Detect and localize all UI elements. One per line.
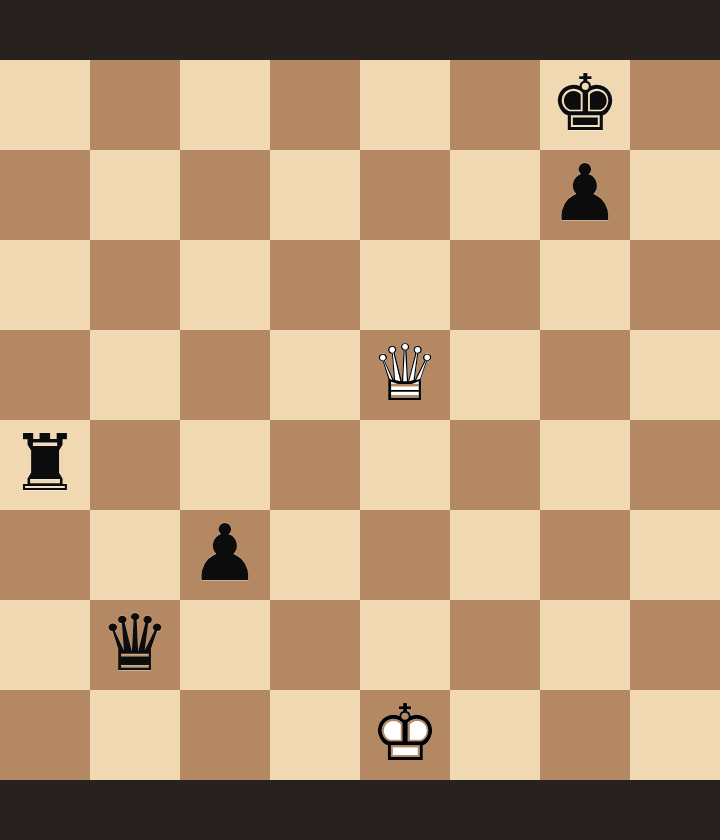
square-c3[interactable]: ♟	[180, 510, 270, 600]
square-c7[interactable]	[180, 150, 270, 240]
square-d5[interactable]	[270, 330, 360, 420]
square-f1[interactable]	[450, 690, 540, 780]
square-g8[interactable]: ♚	[540, 60, 630, 150]
square-e4[interactable]	[360, 420, 450, 510]
square-b8[interactable]	[90, 60, 180, 150]
square-d6[interactable]	[270, 240, 360, 330]
black-pawn-glyph: ♟	[540, 150, 630, 240]
square-b5[interactable]	[90, 330, 180, 420]
square-d7[interactable]	[270, 150, 360, 240]
square-h6[interactable]	[630, 240, 720, 330]
square-a1[interactable]	[0, 690, 90, 780]
top-frame-bar	[0, 0, 720, 60]
square-b4[interactable]	[90, 420, 180, 510]
square-b6[interactable]	[90, 240, 180, 330]
chess-app: ♚♟♛♕♜♟♛♚♔	[0, 0, 720, 840]
square-e6[interactable]	[360, 240, 450, 330]
square-c5[interactable]	[180, 330, 270, 420]
square-c1[interactable]	[180, 690, 270, 780]
square-a4[interactable]: ♜	[0, 420, 90, 510]
square-c6[interactable]	[180, 240, 270, 330]
square-f4[interactable]	[450, 420, 540, 510]
square-b3[interactable]	[90, 510, 180, 600]
piece-black-king[interactable]: ♚	[540, 60, 630, 150]
black-king-glyph: ♚	[540, 60, 630, 150]
square-a2[interactable]	[0, 600, 90, 690]
square-g2[interactable]	[540, 600, 630, 690]
square-g5[interactable]	[540, 330, 630, 420]
square-h4[interactable]	[630, 420, 720, 510]
square-c4[interactable]	[180, 420, 270, 510]
bottom-frame-bar	[0, 780, 720, 840]
square-e8[interactable]	[360, 60, 450, 150]
square-d3[interactable]	[270, 510, 360, 600]
black-rook-glyph: ♜	[0, 420, 90, 510]
square-a7[interactable]	[0, 150, 90, 240]
square-e5[interactable]: ♛♕	[360, 330, 450, 420]
square-h8[interactable]	[630, 60, 720, 150]
square-a5[interactable]	[0, 330, 90, 420]
square-a3[interactable]	[0, 510, 90, 600]
square-h1[interactable]	[630, 690, 720, 780]
square-f3[interactable]	[450, 510, 540, 600]
square-h2[interactable]	[630, 600, 720, 690]
square-g3[interactable]	[540, 510, 630, 600]
square-f5[interactable]	[450, 330, 540, 420]
piece-white-queen[interactable]: ♛♕	[360, 330, 450, 420]
square-g4[interactable]	[540, 420, 630, 510]
square-a6[interactable]	[0, 240, 90, 330]
board: ♚♟♛♕♜♟♛♚♔	[0, 60, 720, 780]
piece-white-king[interactable]: ♚♔	[360, 690, 450, 780]
white-queen-outline: ♕	[360, 330, 450, 420]
piece-black-queen[interactable]: ♛	[90, 600, 180, 690]
square-f6[interactable]	[450, 240, 540, 330]
piece-black-rook[interactable]: ♜	[0, 420, 90, 510]
square-e7[interactable]	[360, 150, 450, 240]
square-g7[interactable]: ♟	[540, 150, 630, 240]
square-e3[interactable]	[360, 510, 450, 600]
square-f7[interactable]	[450, 150, 540, 240]
piece-black-pawn[interactable]: ♟	[180, 510, 270, 600]
square-f2[interactable]	[450, 600, 540, 690]
square-d4[interactable]	[270, 420, 360, 510]
square-d1[interactable]	[270, 690, 360, 780]
square-a8[interactable]	[0, 60, 90, 150]
square-c8[interactable]	[180, 60, 270, 150]
square-h7[interactable]	[630, 150, 720, 240]
square-f8[interactable]	[450, 60, 540, 150]
piece-black-pawn[interactable]: ♟	[540, 150, 630, 240]
square-c2[interactable]	[180, 600, 270, 690]
square-g6[interactable]	[540, 240, 630, 330]
black-queen-glyph: ♛	[90, 600, 180, 690]
square-h3[interactable]	[630, 510, 720, 600]
black-pawn-glyph: ♟	[180, 510, 270, 600]
square-b2[interactable]: ♛	[90, 600, 180, 690]
square-b1[interactable]	[90, 690, 180, 780]
square-h5[interactable]	[630, 330, 720, 420]
square-b7[interactable]	[90, 150, 180, 240]
square-g1[interactable]	[540, 690, 630, 780]
white-king-outline: ♔	[360, 690, 450, 780]
square-e1[interactable]: ♚♔	[360, 690, 450, 780]
square-d8[interactable]	[270, 60, 360, 150]
square-d2[interactable]	[270, 600, 360, 690]
square-e2[interactable]	[360, 600, 450, 690]
